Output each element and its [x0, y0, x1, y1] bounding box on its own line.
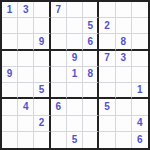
cell-r7c6[interactable] [83, 99, 99, 115]
cell-r6c1[interactable] [2, 83, 18, 99]
cell-r7c7[interactable]: 5 [99, 99, 115, 115]
cell-r7c5[interactable] [67, 99, 83, 115]
cell-r7c2[interactable]: 4 [18, 99, 34, 115]
cell-digit: 4 [23, 102, 29, 112]
cell-r9c4[interactable] [51, 132, 67, 148]
cell-r7c4[interactable]: 6 [51, 99, 67, 115]
cell-r1c5[interactable] [67, 2, 83, 18]
cell-r9c5[interactable]: 5 [67, 132, 83, 148]
cell-digit: 3 [120, 53, 126, 63]
cell-r7c1[interactable] [2, 99, 18, 115]
cell-r3c5[interactable] [67, 34, 83, 50]
cell-digit: 6 [87, 37, 93, 47]
cell-r6c8[interactable] [116, 83, 132, 99]
cell-digit: 9 [72, 53, 78, 63]
cell-r4c2[interactable] [18, 51, 34, 67]
cell-r3c7[interactable] [99, 34, 115, 50]
cell-r5c3[interactable] [34, 67, 50, 83]
cell-r2c4[interactable] [51, 18, 67, 34]
cell-r9c9[interactable]: 6 [132, 132, 148, 148]
cell-digit: 9 [7, 69, 13, 79]
cell-r3c1[interactable] [2, 34, 18, 50]
cell-r2c7[interactable]: 2 [99, 18, 115, 34]
cell-r7c8[interactable] [116, 99, 132, 115]
cell-r9c8[interactable] [116, 132, 132, 148]
cell-r8c8[interactable] [116, 116, 132, 132]
cell-digit: 4 [137, 118, 143, 128]
cell-digit: 1 [137, 85, 143, 95]
cell-digit: 2 [104, 21, 110, 31]
cell-r1c2[interactable]: 3 [18, 2, 34, 18]
cell-r1c3[interactable] [34, 2, 50, 18]
cell-r9c3[interactable] [34, 132, 50, 148]
cell-r7c3[interactable] [34, 99, 50, 115]
cell-r2c3[interactable] [34, 18, 50, 34]
cell-r6c7[interactable] [99, 83, 115, 99]
cell-r3c3[interactable]: 9 [34, 34, 50, 50]
cell-r8c5[interactable] [67, 116, 83, 132]
cell-r4c6[interactable] [83, 51, 99, 67]
cell-digit: 7 [55, 5, 61, 15]
cell-r4c4[interactable] [51, 51, 67, 67]
cell-r5c7[interactable] [99, 67, 115, 83]
cell-r5c2[interactable] [18, 67, 34, 83]
cell-r3c6[interactable]: 6 [83, 34, 99, 50]
cell-r5c4[interactable] [51, 67, 67, 83]
cell-r5c6[interactable]: 8 [83, 67, 99, 83]
cell-digit: 8 [87, 69, 93, 79]
cell-digit: 5 [87, 21, 93, 31]
cell-digit: 1 [72, 69, 78, 79]
cell-r4c8[interactable]: 3 [116, 51, 132, 67]
cell-r5c5[interactable]: 1 [67, 67, 83, 83]
cell-r9c1[interactable] [2, 132, 18, 148]
cell-digit: 8 [120, 37, 126, 47]
cell-r9c7[interactable] [99, 132, 115, 148]
cell-r8c1[interactable] [2, 116, 18, 132]
cell-r3c8[interactable]: 8 [116, 34, 132, 50]
cell-digit: 2 [39, 118, 45, 128]
cell-r5c1[interactable]: 9 [2, 67, 18, 83]
cell-r8c3[interactable]: 2 [34, 116, 50, 132]
cell-r1c6[interactable] [83, 2, 99, 18]
cell-r4c5[interactable]: 9 [67, 51, 83, 67]
cell-r6c2[interactable] [18, 83, 34, 99]
cell-r3c4[interactable] [51, 34, 67, 50]
cell-r8c6[interactable] [83, 116, 99, 132]
cell-digit: 6 [55, 102, 61, 112]
sudoku-board: 13752968973918514652456 [0, 0, 150, 150]
cell-digit: 7 [104, 53, 110, 63]
cell-r2c1[interactable] [2, 18, 18, 34]
cell-digit: 5 [104, 102, 110, 112]
cell-r3c9[interactable] [132, 34, 148, 50]
cell-r1c9[interactable] [132, 2, 148, 18]
cell-r4c3[interactable] [34, 51, 50, 67]
cell-r3c2[interactable] [18, 34, 34, 50]
cell-digit: 5 [39, 85, 45, 95]
cell-r2c9[interactable] [132, 18, 148, 34]
cell-r6c3[interactable]: 5 [34, 83, 50, 99]
cell-r1c1[interactable]: 1 [2, 2, 18, 18]
cell-r4c7[interactable]: 7 [99, 51, 115, 67]
cell-digit: 6 [137, 135, 143, 145]
cell-r8c2[interactable] [18, 116, 34, 132]
cell-r2c8[interactable] [116, 18, 132, 34]
cell-r7c9[interactable] [132, 99, 148, 115]
cell-r6c4[interactable] [51, 83, 67, 99]
cell-r1c7[interactable] [99, 2, 115, 18]
cell-r4c9[interactable] [132, 51, 148, 67]
cell-digit: 3 [23, 5, 29, 15]
cell-r5c9[interactable] [132, 67, 148, 83]
cell-r1c4[interactable]: 7 [51, 2, 67, 18]
cell-digit: 5 [72, 135, 78, 145]
cell-r9c2[interactable] [18, 132, 34, 148]
cell-r2c2[interactable] [18, 18, 34, 34]
cell-r6c9[interactable]: 1 [132, 83, 148, 99]
cell-r8c4[interactable] [51, 116, 67, 132]
cell-r6c6[interactable] [83, 83, 99, 99]
cell-digit: 1 [7, 5, 13, 15]
cell-r5c8[interactable] [116, 67, 132, 83]
cell-r8c9[interactable]: 4 [132, 116, 148, 132]
cell-digit: 9 [39, 37, 45, 47]
cell-r4c1[interactable] [2, 51, 18, 67]
cell-r1c8[interactable] [116, 2, 132, 18]
cell-r8c7[interactable] [99, 116, 115, 132]
cell-r2c6[interactable]: 5 [83, 18, 99, 34]
cell-r6c5[interactable] [67, 83, 83, 99]
cell-r2c5[interactable] [67, 18, 83, 34]
cell-r9c6[interactable] [83, 132, 99, 148]
